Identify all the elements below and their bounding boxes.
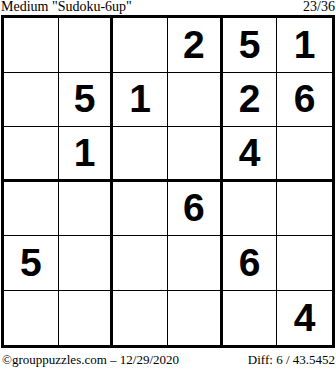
cell-r5c3[interactable]	[113, 236, 168, 291]
cell-r1c4: 2	[168, 18, 223, 73]
cell-r1c2[interactable]	[59, 18, 114, 73]
sudoku-board: 2515126146564	[1, 15, 335, 348]
cell-r1c5: 5	[223, 18, 278, 73]
cell-r3c5: 4	[223, 127, 278, 182]
cell-r2c4[interactable]	[168, 73, 223, 128]
cell-r3c4[interactable]	[168, 127, 223, 182]
cell-r5c2[interactable]	[59, 236, 114, 291]
cell-r4c4: 6	[168, 182, 223, 237]
cell-r2c1[interactable]	[4, 73, 59, 128]
cell-r6c2[interactable]	[59, 291, 114, 346]
cell-r4c2[interactable]	[59, 182, 114, 237]
cell-r2c2: 5	[59, 73, 114, 128]
cell-r4c1[interactable]	[4, 182, 59, 237]
cell-r6c4[interactable]	[168, 291, 223, 346]
footer: ©grouppuzzles.com – 12/29/2020 Diff: 6 /…	[2, 352, 335, 368]
cell-r5c4[interactable]	[168, 236, 223, 291]
difficulty-text: Diff: 6 / 43.5452	[248, 352, 335, 367]
cell-r4c3[interactable]	[113, 182, 168, 237]
cell-r2c6: 6	[277, 73, 332, 128]
cell-r5c5: 6	[223, 236, 278, 291]
cell-r4c6[interactable]	[277, 182, 332, 237]
cell-r1c3[interactable]	[113, 18, 168, 73]
cell-r6c1[interactable]	[4, 291, 59, 346]
cell-r5c6[interactable]	[277, 236, 332, 291]
cell-r3c1[interactable]	[4, 127, 59, 182]
cell-r1c1[interactable]	[4, 18, 59, 73]
cell-r1c6: 1	[277, 18, 332, 73]
cells-remaining-counter: 23/36	[303, 0, 335, 14]
cell-r2c5: 2	[223, 73, 278, 128]
cell-r2c3: 1	[113, 73, 168, 128]
puzzle-title: Medium "Sudoku-6up"	[1, 0, 132, 14]
header: Medium "Sudoku-6up" 23/36	[1, 0, 335, 15]
cell-r6c5[interactable]	[223, 291, 278, 346]
cell-r4c5[interactable]	[223, 182, 278, 237]
cell-r3c3[interactable]	[113, 127, 168, 182]
cell-r3c2: 1	[59, 127, 114, 182]
cell-r5c1: 5	[4, 236, 59, 291]
cell-r6c3[interactable]	[113, 291, 168, 346]
cell-r6c6: 4	[277, 291, 332, 346]
cell-r3c6[interactable]	[277, 127, 332, 182]
copyright-text: ©grouppuzzles.com – 12/29/2020	[2, 352, 179, 367]
